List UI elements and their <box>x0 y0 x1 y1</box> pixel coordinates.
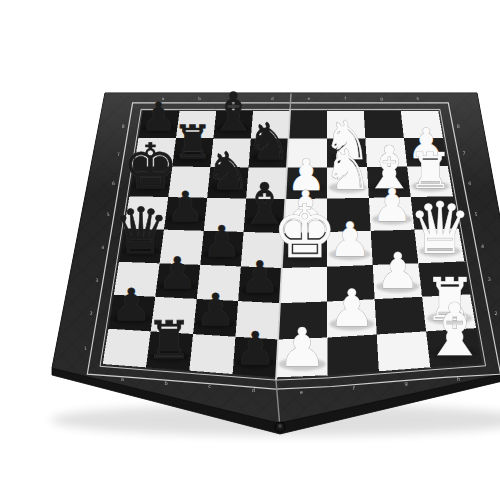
coordinate-label: 2 <box>495 311 498 316</box>
piece-black-pawn[interactable]: ♟ <box>240 252 279 302</box>
coordinate-label: 7 <box>462 151 465 156</box>
coordinate-label: e <box>308 96 311 101</box>
coordinate-label: 7 <box>117 152 120 157</box>
square-r1c5[interactable] <box>289 111 328 139</box>
hinge-pin-highlight <box>278 424 282 428</box>
coordinate-label: b <box>198 96 201 101</box>
coordinate-label: a <box>121 376 124 382</box>
coordinate-label: 4 <box>481 244 484 249</box>
coordinate-label: d <box>252 387 255 393</box>
coordinate-label: h <box>457 376 460 382</box>
chess-set-product-photo: aabbccddeeffgghh8877665544332211♟♝♜♞♞♟♚♞… <box>40 16 500 500</box>
coordinate-label: 6 <box>112 181 115 186</box>
coordinate-label: d <box>271 96 274 101</box>
square-r7c7[interactable] <box>375 297 427 335</box>
coordinate-label: c <box>208 383 211 389</box>
coordinate-label: 8 <box>122 124 125 129</box>
coordinate-label: 2 <box>90 311 93 316</box>
fold-seam-frame-top <box>290 94 291 110</box>
coordinate-label: 3 <box>488 277 491 282</box>
piece-black-pawn[interactable]: ♟ <box>235 322 276 375</box>
piece-black-pawn[interactable]: ♟ <box>158 248 197 298</box>
piece-white-pawn[interactable]: ♟ <box>329 278 375 338</box>
coordinate-label: 5 <box>107 212 110 217</box>
coordinate-label: 3 <box>96 278 99 283</box>
piece-white-pawn[interactable]: ♟ <box>376 242 420 300</box>
coordinate-label: 5 <box>475 212 478 217</box>
coordinate-label: 6 <box>468 181 471 186</box>
piece-black-rook[interactable]: ♜ <box>146 310 192 370</box>
piece-white-pawn[interactable]: ♟ <box>329 212 371 267</box>
coordinate-label: e <box>300 389 303 395</box>
piece-black-pawn[interactable]: ♟ <box>167 182 204 231</box>
coordinate-label: g <box>405 380 408 387</box>
square-r8c1[interactable] <box>103 329 151 367</box>
square-r8c6[interactable] <box>328 335 380 375</box>
coordinate-label: 8 <box>457 124 460 129</box>
coordinate-label: g <box>380 96 383 101</box>
piece-white-pawn[interactable]: ♟ <box>278 316 326 379</box>
coordinate-label: 4 <box>101 245 104 250</box>
board-photo-canvas: aabbccddeeffgghh8877665544332211♟♝♜♞♞♟♚♞… <box>40 16 500 500</box>
coordinate-label: h <box>417 96 420 101</box>
piece-black-pawn[interactable]: ♟ <box>203 217 241 266</box>
coordinate-label: 1 <box>84 346 87 351</box>
coordinate-label: f <box>353 385 355 391</box>
piece-white-pawn[interactable]: ♟ <box>372 179 413 232</box>
piece-black-knight[interactable]: ♞ <box>246 112 292 171</box>
piece-black-pawn[interactable]: ♟ <box>196 284 236 335</box>
piece-white-bishop[interactable]: ♝ <box>422 288 487 372</box>
square-r8c3[interactable] <box>190 334 236 374</box>
